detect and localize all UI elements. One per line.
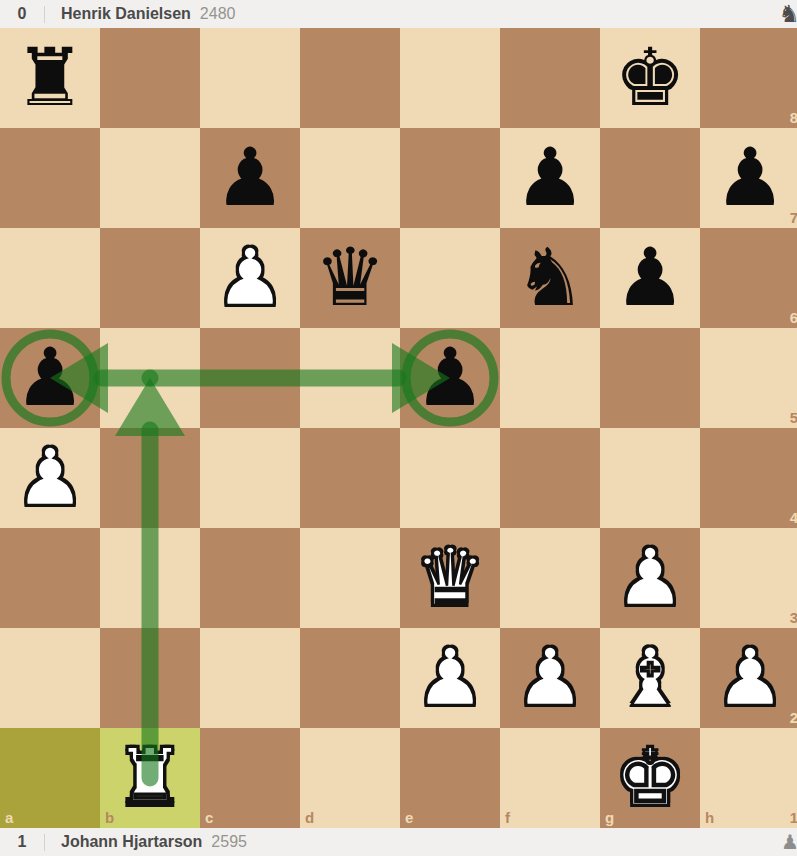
file-label-f: f (505, 810, 510, 825)
file-label-d: d (305, 810, 314, 825)
square-c5[interactable] (200, 328, 300, 428)
square-a1[interactable]: a (0, 728, 100, 828)
square-h3[interactable]: 3 (700, 528, 797, 628)
white-rook-b1[interactable]: ♜ (100, 728, 200, 828)
square-b3[interactable] (100, 528, 200, 628)
square-d1[interactable]: d (300, 728, 400, 828)
square-g8[interactable]: ♚ (600, 28, 700, 128)
square-b6[interactable] (100, 228, 200, 328)
square-b4[interactable] (100, 428, 200, 528)
file-label-c: c (205, 810, 213, 825)
black-king-g8[interactable]: ♚ (600, 28, 700, 128)
white-pawn-e2[interactable]: ♟ (400, 628, 500, 728)
rank-label-5: 5 (790, 410, 797, 425)
score-divider (44, 834, 45, 851)
square-a4[interactable]: ♟ (0, 428, 100, 528)
square-c3[interactable] (200, 528, 300, 628)
square-g7[interactable] (600, 128, 700, 228)
black-pawn-a5[interactable]: ♟ (0, 328, 100, 428)
square-d6[interactable]: ♛ (300, 228, 400, 328)
square-h5[interactable]: 5 (700, 328, 797, 428)
square-a3[interactable] (0, 528, 100, 628)
square-h7[interactable]: 7♟ (700, 128, 797, 228)
square-g5[interactable] (600, 328, 700, 428)
top-player-score: 0 (0, 5, 44, 23)
black-knight-f6[interactable]: ♞ (500, 228, 600, 328)
white-pawn-c6[interactable]: ♟ (200, 228, 300, 328)
square-c2[interactable] (200, 628, 300, 728)
square-g3[interactable]: ♟ (600, 528, 700, 628)
square-b7[interactable] (100, 128, 200, 228)
black-pawn-c7[interactable]: ♟ (200, 128, 300, 228)
rank-label-1: 1 (790, 810, 797, 825)
rank-label-8: 8 (790, 110, 797, 125)
square-c7[interactable]: ♟ (200, 128, 300, 228)
top-player-name[interactable]: Henrik Danielsen (61, 5, 191, 23)
square-e1[interactable]: e (400, 728, 500, 828)
black-pawn-h7[interactable]: ♟ (700, 128, 797, 228)
white-pawn-f2[interactable]: ♟ (500, 628, 600, 728)
square-b8[interactable] (100, 28, 200, 128)
square-h4[interactable]: 4 (700, 428, 797, 528)
file-label-h: h (705, 810, 714, 825)
square-f6[interactable]: ♞ (500, 228, 600, 328)
square-f8[interactable] (500, 28, 600, 128)
square-a2[interactable] (0, 628, 100, 728)
bottom-player-name[interactable]: Johann Hjartarson (61, 833, 202, 851)
black-pawn-e5[interactable]: ♟ (400, 328, 500, 428)
square-c4[interactable] (200, 428, 300, 528)
bottom-player-bar: 1 Johann Hjartarson 2595 ♟ (0, 828, 797, 856)
square-a5[interactable]: ♟ (0, 328, 100, 428)
square-f7[interactable]: ♟ (500, 128, 600, 228)
square-c8[interactable] (200, 28, 300, 128)
rank-label-4: 4 (790, 510, 797, 525)
square-e7[interactable] (400, 128, 500, 228)
square-f3[interactable] (500, 528, 600, 628)
square-h2[interactable]: 2♟ (700, 628, 797, 728)
square-a8[interactable]: ♜ (0, 28, 100, 128)
square-e8[interactable] (400, 28, 500, 128)
file-label-e: e (405, 810, 413, 825)
square-d5[interactable] (300, 328, 400, 428)
bottom-player-rating: 2595 (211, 833, 247, 851)
bottom-player-score: 1 (0, 833, 44, 851)
square-d8[interactable] (300, 28, 400, 128)
square-a6[interactable] (0, 228, 100, 328)
square-d3[interactable] (300, 528, 400, 628)
square-g4[interactable] (600, 428, 700, 528)
square-d4[interactable] (300, 428, 400, 528)
chess-board-container: ♜♚8♟♟7♟♟♛♞♟6♟♟5♟4♛♟3♟♟♝2♟ab♜cdefg♚h1 (0, 28, 797, 828)
chess-board[interactable]: ♜♚8♟♟7♟♟♛♞♟6♟♟5♟4♛♟3♟♟♝2♟ab♜cdefg♚h1 (0, 28, 797, 828)
rank-label-3: 3 (790, 610, 797, 625)
top-player-rating: 2480 (200, 5, 236, 23)
square-c1[interactable]: c (200, 728, 300, 828)
square-h6[interactable]: 6 (700, 228, 797, 328)
square-h8[interactable]: 8 (700, 28, 797, 128)
black-rook-a8[interactable]: ♜ (0, 28, 100, 128)
square-h1[interactable]: h1 (700, 728, 797, 828)
square-g6[interactable]: ♟ (600, 228, 700, 328)
black-queen-d6[interactable]: ♛ (300, 228, 400, 328)
file-label-a: a (5, 810, 13, 825)
white-pawn-a4[interactable]: ♟ (0, 428, 100, 528)
square-c6[interactable]: ♟ (200, 228, 300, 328)
white-queen-e3[interactable]: ♛ (400, 528, 500, 628)
square-g2[interactable]: ♝ (600, 628, 700, 728)
square-b2[interactable] (100, 628, 200, 728)
top-player-bar: 0 Henrik Danielsen 2480 ♞ (0, 0, 797, 28)
square-d7[interactable] (300, 128, 400, 228)
square-g1[interactable]: g♚ (600, 728, 700, 828)
square-e4[interactable] (400, 428, 500, 528)
score-divider (44, 6, 45, 23)
square-b5[interactable] (100, 328, 200, 428)
square-e6[interactable] (400, 228, 500, 328)
rank-label-6: 6 (790, 310, 797, 325)
black-pawn-f7[interactable]: ♟ (500, 128, 600, 228)
square-b1[interactable]: b♜ (100, 728, 200, 828)
square-f1[interactable]: f (500, 728, 600, 828)
square-f4[interactable] (500, 428, 600, 528)
white-pawn-g3[interactable]: ♟ (600, 528, 700, 628)
white-bishop-g2[interactable]: ♝ (600, 628, 700, 728)
square-e3[interactable]: ♛ (400, 528, 500, 628)
square-e5[interactable]: ♟ (400, 328, 500, 428)
knight-icon: ♞ (778, 2, 797, 26)
square-a7[interactable] (0, 128, 100, 228)
white-king-g1[interactable]: ♚ (600, 728, 700, 828)
square-f2[interactable]: ♟ (500, 628, 600, 728)
square-f5[interactable] (500, 328, 600, 428)
square-e2[interactable]: ♟ (400, 628, 500, 728)
white-pawn-h2[interactable]: ♟ (700, 628, 797, 728)
pawn-icon: ♟ (781, 832, 797, 852)
black-pawn-g6[interactable]: ♟ (600, 228, 700, 328)
square-d2[interactable] (300, 628, 400, 728)
